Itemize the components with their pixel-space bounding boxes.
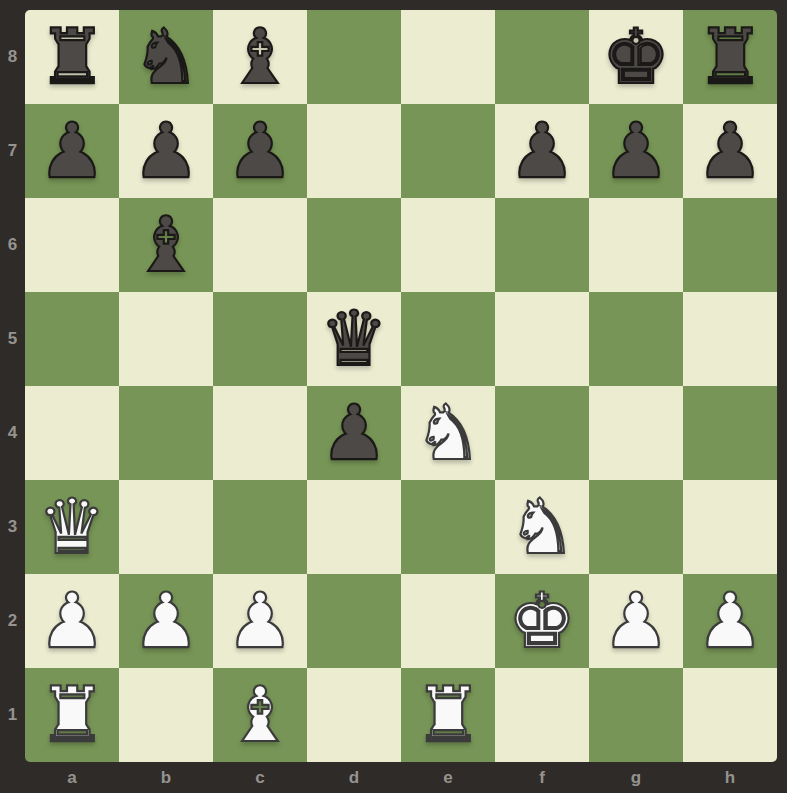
piece-white-queen[interactable]: ♛ [38,480,106,574]
piece-black-pawn[interactable]: ♟ [602,104,670,198]
file-label-c: c [213,762,307,793]
square-f8[interactable] [495,10,589,104]
piece-white-pawn[interactable]: ♟ [38,574,106,668]
square-h5[interactable] [683,292,777,386]
square-h4[interactable] [683,386,777,480]
file-label-a: a [25,762,119,793]
piece-black-queen[interactable]: ♛ [320,292,388,386]
square-g6[interactable] [589,198,683,292]
square-d5[interactable]: ♛ [307,292,401,386]
square-h7[interactable]: ♟ [683,104,777,198]
square-g3[interactable] [589,480,683,574]
piece-black-pawn[interactable]: ♟ [132,104,200,198]
file-label-b: b [119,762,213,793]
piece-black-bishop[interactable]: ♝ [226,10,294,104]
square-c6[interactable] [213,198,307,292]
piece-black-knight[interactable]: ♞ [132,10,200,104]
piece-white-pawn[interactable]: ♟ [602,574,670,668]
square-a4[interactable] [25,386,119,480]
file-label-h: h [683,762,777,793]
square-f3[interactable]: ♞ [495,480,589,574]
square-b5[interactable] [119,292,213,386]
square-c1[interactable]: ♝ [213,668,307,762]
file-label-f: f [495,762,589,793]
rank-label-1: 1 [0,668,25,762]
piece-white-pawn[interactable]: ♟ [696,574,764,668]
rank-label-5: 5 [0,292,25,386]
square-f5[interactable] [495,292,589,386]
piece-white-rook[interactable]: ♜ [414,668,482,762]
square-c7[interactable]: ♟ [213,104,307,198]
square-a7[interactable]: ♟ [25,104,119,198]
piece-white-knight[interactable]: ♞ [414,386,482,480]
piece-black-pawn[interactable]: ♟ [696,104,764,198]
square-d8[interactable] [307,10,401,104]
file-label-d: d [307,762,401,793]
square-c8[interactable]: ♝ [213,10,307,104]
square-c5[interactable] [213,292,307,386]
square-h8[interactable]: ♜ [683,10,777,104]
square-c2[interactable]: ♟ [213,574,307,668]
square-a8[interactable]: ♜ [25,10,119,104]
square-f4[interactable] [495,386,589,480]
rank-label-4: 4 [0,386,25,480]
rank-label-6: 6 [0,198,25,292]
rank-labels: 87654321 [0,10,25,762]
square-d6[interactable] [307,198,401,292]
piece-white-bishop[interactable]: ♝ [226,668,294,762]
square-d1[interactable] [307,668,401,762]
square-e1[interactable]: ♜ [401,668,495,762]
square-h6[interactable] [683,198,777,292]
square-b1[interactable] [119,668,213,762]
square-e7[interactable] [401,104,495,198]
rank-label-7: 7 [0,104,25,198]
piece-black-rook[interactable]: ♜ [38,10,106,104]
piece-white-pawn[interactable]: ♟ [226,574,294,668]
square-g4[interactable] [589,386,683,480]
square-c4[interactable] [213,386,307,480]
square-a2[interactable]: ♟ [25,574,119,668]
square-b2[interactable]: ♟ [119,574,213,668]
file-labels: abcdefgh [25,762,777,793]
square-d7[interactable] [307,104,401,198]
rank-label-2: 2 [0,574,25,668]
square-b7[interactable]: ♟ [119,104,213,198]
square-d3[interactable] [307,480,401,574]
rank-label-3: 3 [0,480,25,574]
square-e3[interactable] [401,480,495,574]
square-e6[interactable] [401,198,495,292]
piece-white-pawn[interactable]: ♟ [132,574,200,668]
square-a6[interactable] [25,198,119,292]
square-d4[interactable]: ♟ [307,386,401,480]
square-a5[interactable] [25,292,119,386]
square-f2[interactable]: ♚ [495,574,589,668]
square-d2[interactable] [307,574,401,668]
piece-black-rook[interactable]: ♜ [696,10,764,104]
square-f7[interactable]: ♟ [495,104,589,198]
square-g5[interactable] [589,292,683,386]
square-f6[interactable] [495,198,589,292]
square-h2[interactable]: ♟ [683,574,777,668]
piece-black-bishop[interactable]: ♝ [132,198,200,292]
square-e8[interactable] [401,10,495,104]
square-g8[interactable]: ♚ [589,10,683,104]
square-e5[interactable] [401,292,495,386]
file-label-e: e [401,762,495,793]
square-e4[interactable]: ♞ [401,386,495,480]
square-f1[interactable] [495,668,589,762]
piece-black-pawn[interactable]: ♟ [38,104,106,198]
square-c3[interactable] [213,480,307,574]
chess-board: ♜♞♝♚♜♟♟♟♟♟♟♝♛♟♞♛♞♟♟♟♚♟♟♜♝♜ [25,10,777,762]
chess-app: { "game": "chess", "position": { "fen": … [0,0,787,793]
piece-white-rook[interactable]: ♜ [38,668,106,762]
square-e2[interactable] [401,574,495,668]
square-b3[interactable] [119,480,213,574]
piece-black-pawn[interactable]: ♟ [226,104,294,198]
square-a3[interactable]: ♛ [25,480,119,574]
square-g1[interactable] [589,668,683,762]
rank-label-8: 8 [0,10,25,104]
square-b8[interactable]: ♞ [119,10,213,104]
piece-white-knight[interactable]: ♞ [508,480,576,574]
piece-black-king[interactable]: ♚ [602,10,670,104]
board-area: 87654321 ♜♞♝♚♜♟♟♟♟♟♟♝♛♟♞♛♞♟♟♟♚♟♟♜♝♜ abcd… [0,0,787,793]
square-g7[interactable]: ♟ [589,104,683,198]
square-g2[interactable]: ♟ [589,574,683,668]
piece-white-king[interactable]: ♚ [508,574,576,668]
square-h3[interactable] [683,480,777,574]
square-b6[interactable]: ♝ [119,198,213,292]
piece-black-pawn[interactable]: ♟ [508,104,576,198]
square-b4[interactable] [119,386,213,480]
square-h1[interactable] [683,668,777,762]
piece-black-pawn[interactable]: ♟ [320,386,388,480]
file-label-g: g [589,762,683,793]
square-a1[interactable]: ♜ [25,668,119,762]
